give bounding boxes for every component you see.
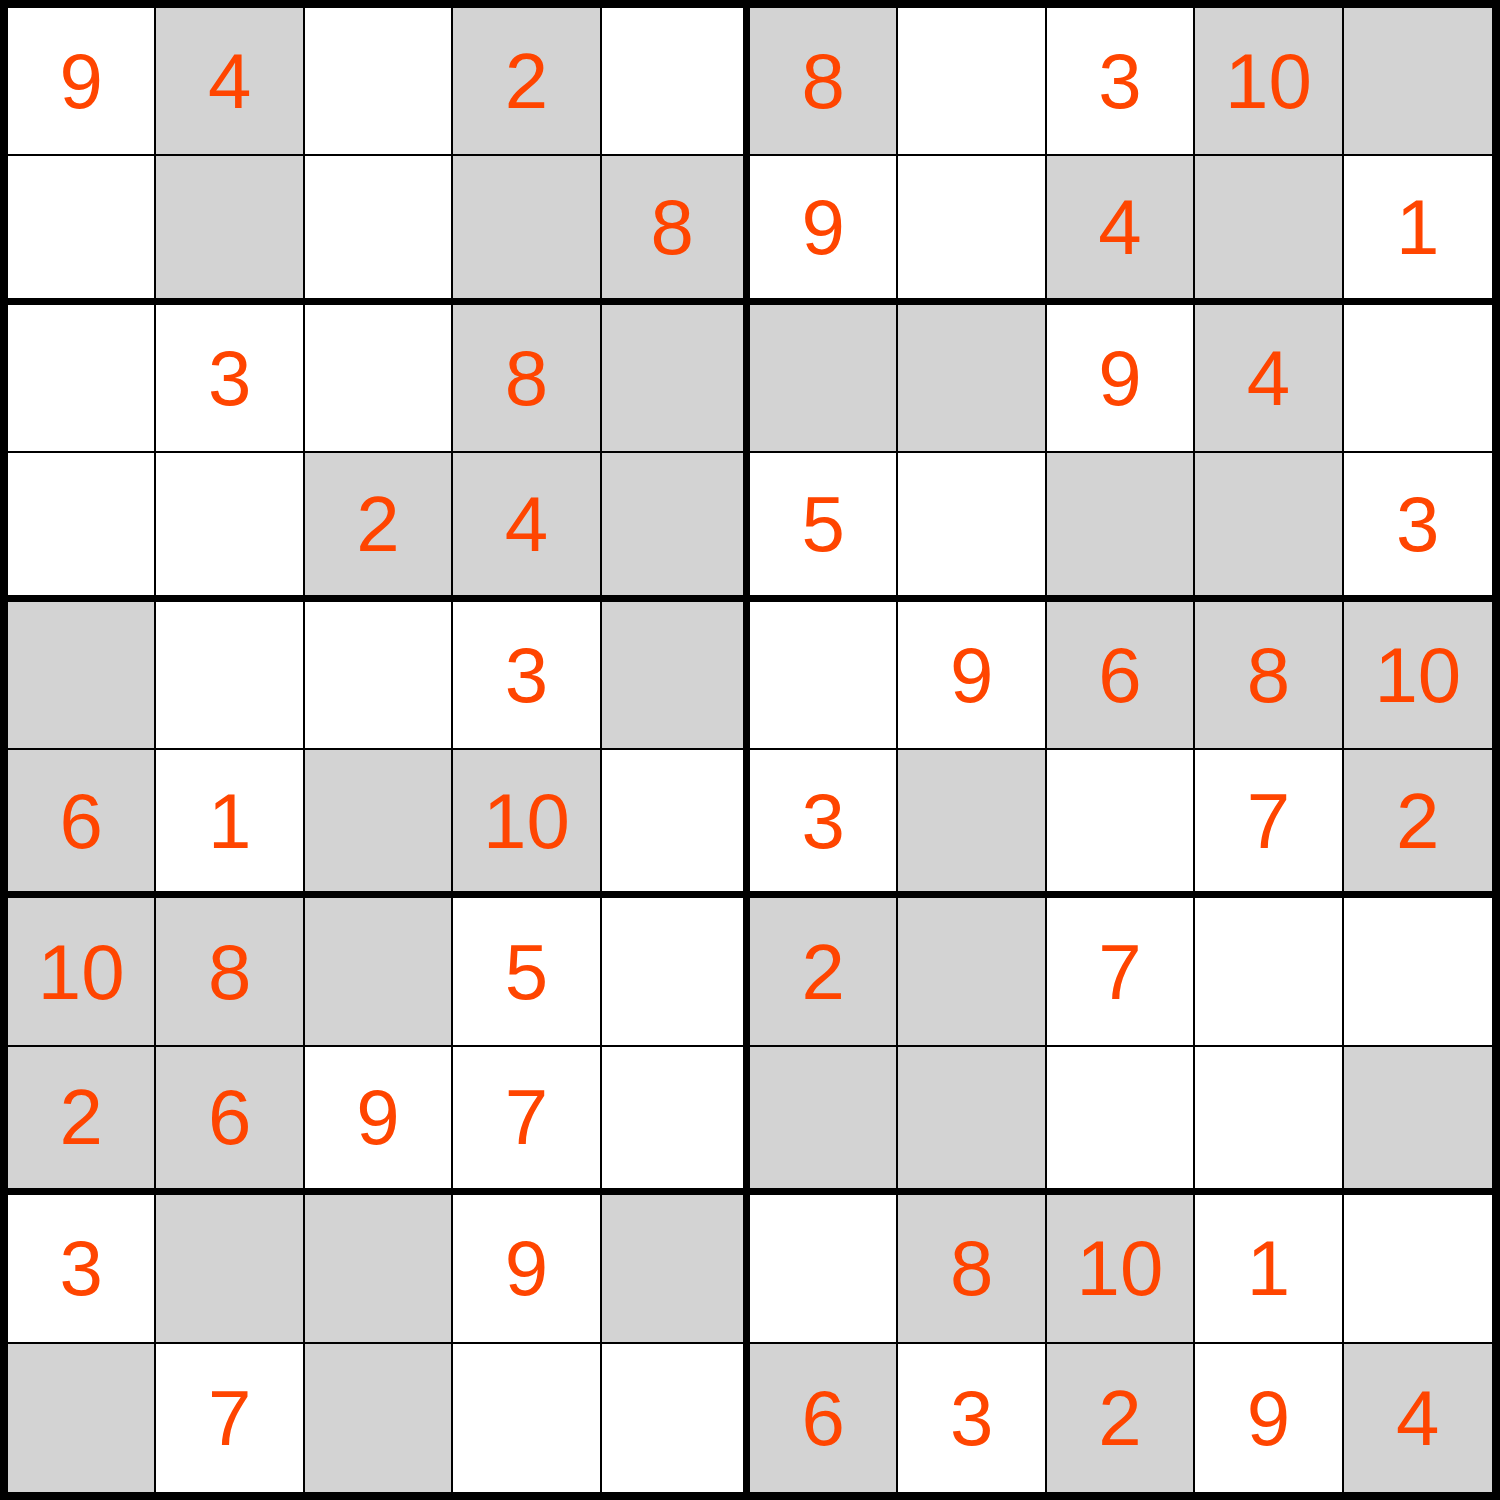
- cell-r3c10[interactable]: [1344, 305, 1492, 453]
- cell-r7c1[interactable]: 10: [8, 898, 156, 1046]
- cell-r10c5[interactable]: [602, 1344, 750, 1492]
- cell-r2c6[interactable]: 9: [750, 156, 898, 304]
- given-digit: 4: [505, 485, 548, 563]
- cell-r7c5[interactable]: [602, 898, 750, 1046]
- cell-r4c6[interactable]: 5: [750, 453, 898, 601]
- given-digit: 2: [1396, 782, 1439, 860]
- given-digit: 10: [483, 782, 570, 860]
- cell-r5c8[interactable]: 6: [1047, 602, 1195, 750]
- sudoku-board: 9428310894138942453396810611037210852726…: [0, 0, 1500, 1500]
- cell-r4c7[interactable]: [898, 453, 1046, 601]
- cell-r8c1[interactable]: 2: [8, 1047, 156, 1195]
- cell-r7c7[interactable]: [898, 898, 1046, 1046]
- cell-r6c5[interactable]: [602, 750, 750, 898]
- cell-r8c9[interactable]: [1195, 1047, 1343, 1195]
- cell-r1c7[interactable]: [898, 8, 1046, 156]
- given-digit: 2: [356, 485, 399, 563]
- given-digit: 10: [1374, 636, 1461, 714]
- cell-r6c1[interactable]: 6: [8, 750, 156, 898]
- given-digit: 9: [801, 188, 844, 266]
- cell-r6c10[interactable]: 2: [1344, 750, 1492, 898]
- cell-r9c8[interactable]: 10: [1047, 1195, 1195, 1343]
- cell-r8c4[interactable]: 7: [453, 1047, 601, 1195]
- cell-r7c4[interactable]: 5: [453, 898, 601, 1046]
- cell-r7c6[interactable]: 2: [750, 898, 898, 1046]
- given-digit: 1: [1247, 1229, 1290, 1307]
- given-digit: 2: [1098, 1379, 1141, 1457]
- cell-r8c5[interactable]: [602, 1047, 750, 1195]
- given-digit: 3: [208, 339, 251, 417]
- given-digit: 6: [208, 1078, 251, 1156]
- cell-r9c2[interactable]: [156, 1195, 304, 1343]
- cell-r5c10[interactable]: 10: [1344, 602, 1492, 750]
- cell-r3c1[interactable]: [8, 305, 156, 453]
- given-digit: 3: [801, 782, 844, 860]
- given-digit: 8: [505, 339, 548, 417]
- cell-r10c9[interactable]: 9: [1195, 1344, 1343, 1492]
- cell-r5c5[interactable]: [602, 602, 750, 750]
- cell-r1c9[interactable]: 10: [1195, 8, 1343, 156]
- given-digit: 2: [801, 933, 844, 1011]
- cell-r8c7[interactable]: [898, 1047, 1046, 1195]
- given-digit: 2: [505, 42, 548, 120]
- cell-r9c6[interactable]: [750, 1195, 898, 1343]
- cell-r5c4[interactable]: 3: [453, 602, 601, 750]
- cell-r5c2[interactable]: [156, 602, 304, 750]
- given-digit: 4: [208, 42, 251, 120]
- cell-r8c3[interactable]: 9: [305, 1047, 453, 1195]
- cell-r4c3[interactable]: 2: [305, 453, 453, 601]
- cell-r2c3[interactable]: [305, 156, 453, 304]
- given-digit: 9: [1247, 1379, 1290, 1457]
- given-digit: 3: [950, 1379, 993, 1457]
- given-digit: 8: [651, 188, 694, 266]
- cell-r8c6[interactable]: [750, 1047, 898, 1195]
- cell-r3c3[interactable]: [305, 305, 453, 453]
- cell-r2c5[interactable]: 8: [602, 156, 750, 304]
- given-digit: 1: [208, 782, 251, 860]
- cell-r3c6[interactable]: [750, 305, 898, 453]
- given-digit: 9: [60, 42, 103, 120]
- cell-r4c5[interactable]: [602, 453, 750, 601]
- cell-r2c1[interactable]: [8, 156, 156, 304]
- cell-r6c7[interactable]: [898, 750, 1046, 898]
- given-digit: 2: [60, 1078, 103, 1156]
- given-digit: 4: [1098, 188, 1141, 266]
- given-digit: 8: [1247, 636, 1290, 714]
- cell-r1c1[interactable]: 9: [8, 8, 156, 156]
- cell-r3c8[interactable]: 9: [1047, 305, 1195, 453]
- cell-r10c7[interactable]: 3: [898, 1344, 1046, 1492]
- cell-r6c4[interactable]: 10: [453, 750, 601, 898]
- given-digit: 6: [801, 1379, 844, 1457]
- given-digit: 9: [356, 1078, 399, 1156]
- cell-r6c2[interactable]: 1: [156, 750, 304, 898]
- given-digit: 5: [801, 485, 844, 563]
- cell-r1c6[interactable]: 8: [750, 8, 898, 156]
- cell-r1c4[interactable]: 2: [453, 8, 601, 156]
- cell-r10c6[interactable]: 6: [750, 1344, 898, 1492]
- cell-r7c3[interactable]: [305, 898, 453, 1046]
- cell-r5c9[interactable]: 8: [1195, 602, 1343, 750]
- cell-r2c9[interactable]: [1195, 156, 1343, 304]
- cell-r10c4[interactable]: [453, 1344, 601, 1492]
- cell-r10c8[interactable]: 2: [1047, 1344, 1195, 1492]
- cell-r4c1[interactable]: [8, 453, 156, 601]
- cell-r2c4[interactable]: [453, 156, 601, 304]
- cell-r5c3[interactable]: [305, 602, 453, 750]
- cell-r9c3[interactable]: [305, 1195, 453, 1343]
- cell-r3c7[interactable]: [898, 305, 1046, 453]
- cell-r4c8[interactable]: [1047, 453, 1195, 601]
- given-digit: 9: [505, 1229, 548, 1307]
- cell-r2c2[interactable]: [156, 156, 304, 304]
- cell-r2c8[interactable]: 4: [1047, 156, 1195, 304]
- cell-r8c10[interactable]: [1344, 1047, 1492, 1195]
- cell-r10c1[interactable]: [8, 1344, 156, 1492]
- given-digit: 6: [1098, 636, 1141, 714]
- cell-r7c2[interactable]: 8: [156, 898, 304, 1046]
- cell-r9c4[interactable]: 9: [453, 1195, 601, 1343]
- cell-r4c4[interactable]: 4: [453, 453, 601, 601]
- cell-r1c3[interactable]: [305, 8, 453, 156]
- given-digit: 3: [60, 1229, 103, 1307]
- cell-r3c4[interactable]: 8: [453, 305, 601, 453]
- cell-r5c1[interactable]: [8, 602, 156, 750]
- cell-r6c8[interactable]: [1047, 750, 1195, 898]
- cell-r9c9[interactable]: 1: [1195, 1195, 1343, 1343]
- cell-r6c3[interactable]: [305, 750, 453, 898]
- cell-r5c6[interactable]: [750, 602, 898, 750]
- given-digit: 9: [1098, 339, 1141, 417]
- cell-r7c8[interactable]: 7: [1047, 898, 1195, 1046]
- given-digit: 9: [950, 636, 993, 714]
- cell-r2c7[interactable]: [898, 156, 1046, 304]
- given-digit: 10: [1225, 42, 1312, 120]
- given-digit: 4: [1247, 339, 1290, 417]
- cell-r9c5[interactable]: [602, 1195, 750, 1343]
- given-digit: 1: [1396, 188, 1439, 266]
- given-digit: 5: [505, 933, 548, 1011]
- given-digit: 7: [208, 1379, 251, 1457]
- cell-r1c10[interactable]: [1344, 8, 1492, 156]
- cell-r7c9[interactable]: [1195, 898, 1343, 1046]
- cell-r1c5[interactable]: [602, 8, 750, 156]
- given-digit: 4: [1396, 1379, 1439, 1457]
- cell-r8c2[interactable]: 6: [156, 1047, 304, 1195]
- cell-r6c9[interactable]: 7: [1195, 750, 1343, 898]
- cell-r1c2[interactable]: 4: [156, 8, 304, 156]
- cell-r4c9[interactable]: [1195, 453, 1343, 601]
- given-digit: 10: [1077, 1229, 1164, 1307]
- given-digit: 3: [505, 636, 548, 714]
- cell-r9c7[interactable]: 8: [898, 1195, 1046, 1343]
- cell-r2c10[interactable]: 1: [1344, 156, 1492, 304]
- given-digit: 7: [1098, 933, 1141, 1011]
- given-digit: 8: [208, 933, 251, 1011]
- cell-r3c9[interactable]: 4: [1195, 305, 1343, 453]
- cell-r10c10[interactable]: 4: [1344, 1344, 1492, 1492]
- cell-r5c7[interactable]: 9: [898, 602, 1046, 750]
- cell-r9c10[interactable]: [1344, 1195, 1492, 1343]
- cell-r4c10[interactable]: 3: [1344, 453, 1492, 601]
- given-digit: 7: [1247, 782, 1290, 860]
- given-digit: 3: [1396, 485, 1439, 563]
- given-digit: 3: [1098, 42, 1141, 120]
- given-digit: 6: [60, 782, 103, 860]
- cell-r10c2[interactable]: 7: [156, 1344, 304, 1492]
- cell-r7c10[interactable]: [1344, 898, 1492, 1046]
- cell-r9c1[interactable]: 3: [8, 1195, 156, 1343]
- cell-r6c6[interactable]: 3: [750, 750, 898, 898]
- cell-r3c5[interactable]: [602, 305, 750, 453]
- cell-r10c3[interactable]: [305, 1344, 453, 1492]
- given-digit: 10: [38, 933, 125, 1011]
- cell-r8c8[interactable]: [1047, 1047, 1195, 1195]
- given-digit: 8: [950, 1229, 993, 1307]
- cell-r1c8[interactable]: 3: [1047, 8, 1195, 156]
- cell-r3c2[interactable]: 3: [156, 305, 304, 453]
- cell-r4c2[interactable]: [156, 453, 304, 601]
- given-digit: 8: [801, 42, 844, 120]
- given-digit: 7: [505, 1078, 548, 1156]
